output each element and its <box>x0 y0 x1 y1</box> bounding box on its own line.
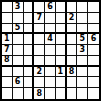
cell-r2c3[interactable] <box>24 13 35 24</box>
cell-r2c7[interactable]: 2 <box>67 13 78 24</box>
cell-r7c2[interactable] <box>13 67 24 78</box>
cell-r8c8[interactable] <box>77 77 88 88</box>
cell-r5c6[interactable] <box>56 45 67 56</box>
cell-r4c8[interactable]: 5 <box>77 34 88 45</box>
cell-r2c1[interactable] <box>2 13 13 24</box>
cell-r2c2[interactable] <box>13 13 24 24</box>
cell-r9c6[interactable] <box>56 88 67 99</box>
cell-r1c6[interactable] <box>56 2 67 13</box>
cell-r7c1[interactable] <box>2 67 13 78</box>
cell-r4c6[interactable] <box>56 34 67 45</box>
cell-r8c9[interactable] <box>88 77 99 88</box>
cell-r2c9[interactable] <box>88 13 99 24</box>
cell-r7c5[interactable] <box>45 67 56 78</box>
cell-r3c7[interactable] <box>67 24 78 35</box>
cell-r6c9[interactable] <box>88 56 99 67</box>
cell-r1c7[interactable] <box>67 2 78 13</box>
cell-r9c3[interactable] <box>24 88 35 99</box>
cell-r5c1[interactable]: 7 <box>2 45 13 56</box>
cell-r3c8[interactable] <box>77 24 88 35</box>
cell-r8c2[interactable]: 6 <box>13 77 24 88</box>
cell-r6c3[interactable] <box>24 56 35 67</box>
cell-r6c6[interactable] <box>56 56 67 67</box>
cell-r8c5[interactable] <box>45 77 56 88</box>
cell-r5c8[interactable]: 3 <box>77 45 88 56</box>
cell-r6c4[interactable] <box>34 56 45 67</box>
cell-r2c4[interactable]: 7 <box>34 13 45 24</box>
cell-r7c8[interactable] <box>77 67 88 78</box>
cell-r6c7[interactable] <box>67 56 78 67</box>
cell-r7c7[interactable]: 8 <box>67 67 78 78</box>
cell-r2c8[interactable] <box>77 13 88 24</box>
cell-r8c7[interactable] <box>67 77 78 88</box>
cell-r6c1[interactable]: 8 <box>2 56 13 67</box>
cell-r1c5[interactable]: 6 <box>45 2 56 13</box>
cell-r5c7[interactable] <box>67 45 78 56</box>
cell-r6c5[interactable] <box>45 56 56 67</box>
cell-r5c4[interactable] <box>34 45 45 56</box>
cell-r3c4[interactable] <box>34 24 45 35</box>
cell-r5c3[interactable] <box>24 45 35 56</box>
cell-r7c3[interactable] <box>24 67 35 78</box>
cell-r1c8[interactable] <box>77 2 88 13</box>
cell-r5c9[interactable] <box>88 45 99 56</box>
cell-r3c5[interactable] <box>45 24 56 35</box>
cell-r2c6[interactable] <box>56 13 67 24</box>
cell-r8c3[interactable] <box>24 77 35 88</box>
cell-r3c2[interactable]: 5 <box>13 24 24 35</box>
cell-r4c3[interactable] <box>24 34 35 45</box>
cell-r9c7[interactable] <box>67 88 78 99</box>
cell-r8c1[interactable] <box>2 77 13 88</box>
cell-r8c4[interactable] <box>34 77 45 88</box>
cell-r3c3[interactable] <box>24 24 35 35</box>
cell-r3c1[interactable] <box>2 24 13 35</box>
cell-r1c2[interactable]: 3 <box>13 2 24 13</box>
cell-r9c1[interactable] <box>2 88 13 99</box>
cell-r1c9[interactable] <box>88 2 99 13</box>
cell-r7c4[interactable]: 2 <box>34 67 45 78</box>
cell-r4c4[interactable] <box>34 34 45 45</box>
cell-r4c5[interactable]: 4 <box>45 34 56 45</box>
cell-r4c1[interactable]: 1 <box>2 34 13 45</box>
cell-r9c8[interactable] <box>77 88 88 99</box>
cell-r1c4[interactable] <box>34 2 45 13</box>
cell-r8c6[interactable] <box>56 77 67 88</box>
cell-r7c6[interactable]: 1 <box>56 67 67 78</box>
cell-r3c6[interactable] <box>56 24 67 35</box>
cell-r9c9[interactable] <box>88 88 99 99</box>
cell-r5c5[interactable] <box>45 45 56 56</box>
cell-r9c5[interactable] <box>45 88 56 99</box>
cell-r6c8[interactable] <box>77 56 88 67</box>
cell-r6c2[interactable] <box>13 56 24 67</box>
cell-r9c4[interactable]: 8 <box>34 88 45 99</box>
cell-r5c2[interactable] <box>13 45 24 56</box>
cell-r7c9[interactable] <box>88 67 99 78</box>
cell-r4c7[interactable] <box>67 34 78 45</box>
cell-r3c9[interactable] <box>88 24 99 35</box>
sudoku-board: 36725145673821868 <box>0 0 101 101</box>
cell-r1c1[interactable] <box>2 2 13 13</box>
cell-r2c5[interactable] <box>45 13 56 24</box>
cell-r9c2[interactable] <box>13 88 24 99</box>
cell-r4c2[interactable] <box>13 34 24 45</box>
cell-r1c3[interactable] <box>24 2 35 13</box>
cell-r4c9[interactable]: 6 <box>88 34 99 45</box>
